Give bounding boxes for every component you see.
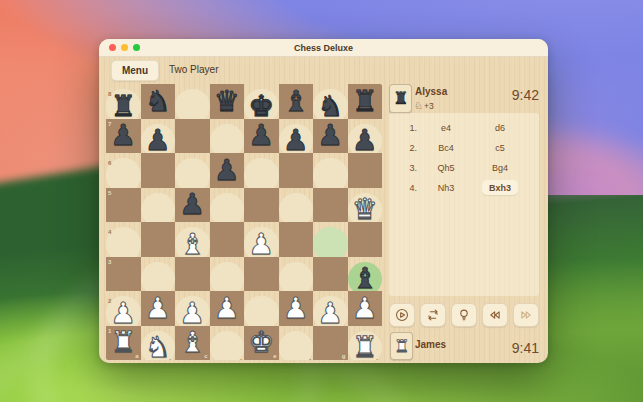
square-c1[interactable]: c♝	[175, 326, 210, 361]
menu-button[interactable]: Menu	[111, 60, 159, 81]
material-advantage: ♘ +3	[414, 100, 434, 111]
black-rook-h8: ♜	[348, 84, 383, 119]
move-number: 4.	[389, 183, 421, 193]
square-h1[interactable]: h♜	[348, 331, 383, 361]
window-title: Chess Deluxe	[99, 39, 548, 56]
file-label-f: f	[309, 358, 311, 360]
square-g3[interactable]	[313, 257, 348, 292]
player-bottom-name: James	[415, 339, 446, 350]
current-move-pill[interactable]: Bxh3	[482, 180, 518, 195]
square-f1[interactable]: f	[279, 331, 314, 361]
avatar-white-rook: ♜	[390, 332, 413, 360]
square-e5[interactable]	[244, 188, 279, 223]
black-bishop-f8: ♝	[279, 84, 314, 119]
square-f8[interactable]: ♝	[279, 84, 314, 119]
move-row: 2.Bc4c5	[389, 139, 539, 156]
move-white[interactable]: Qh5	[421, 163, 471, 173]
rank-label-3: 3	[108, 259, 111, 265]
captured-knight-icon: ♘	[414, 100, 423, 111]
white-bishop-c1: ♝	[175, 326, 210, 361]
black-pawn-c5: ♟	[175, 188, 210, 223]
white-king-e1: ♚	[244, 326, 279, 361]
game-controls	[389, 303, 539, 328]
clock-top: 9:42	[512, 87, 539, 103]
file-label-d: d	[238, 358, 242, 360]
square-g7[interactable]: ♟	[313, 119, 348, 154]
move-white[interactable]: Bc4	[421, 143, 471, 153]
white-pawn-h2: ♟	[348, 291, 383, 326]
move-row: 4.Nh3Bxh3	[389, 179, 539, 196]
square-a3[interactable]: 3	[106, 257, 141, 292]
square-d6[interactable]: ♟	[210, 153, 245, 188]
square-g1[interactable]: g	[313, 326, 348, 361]
square-b1[interactable]: b♞	[141, 331, 176, 361]
square-h6[interactable]	[348, 153, 383, 188]
avatar-black-rook: ♜	[389, 84, 412, 113]
rank-label-5: 5	[108, 190, 111, 196]
square-a5[interactable]: 5	[106, 188, 141, 223]
white-pawn-f2: ♟	[279, 291, 314, 326]
black-pawn-e7: ♟	[244, 119, 279, 154]
rank-label-6: 6	[108, 160, 111, 166]
square-e7[interactable]: ♟	[244, 119, 279, 154]
square-f6[interactable]	[279, 153, 314, 188]
move-row: 3.Qh5Bg4	[389, 159, 539, 176]
square-h2[interactable]: ♟	[348, 291, 383, 326]
square-c3[interactable]	[175, 257, 210, 292]
white-pawn-b2: ♟	[141, 291, 176, 326]
move-number: 3.	[389, 163, 421, 173]
square-b2[interactable]: ♟	[141, 291, 176, 326]
square-d1[interactable]: d	[210, 331, 245, 361]
square-f2[interactable]: ♟	[279, 291, 314, 326]
square-d8[interactable]: ♛	[210, 84, 245, 119]
square-c7[interactable]	[175, 119, 210, 154]
square-e1[interactable]: e♚	[244, 326, 279, 361]
white-rook-a1: ♜	[106, 326, 141, 361]
white-knight-b1: ♞	[141, 331, 176, 361]
square-b4[interactable]	[141, 222, 176, 257]
app-window: Chess Deluxe Menu Two Player 8♜♞♛♚♝♞♜7♟♟…	[99, 39, 548, 363]
chess-board: 8♜♞♛♚♝♞♜7♟♟♟♟♟♟6♟5♟♛4♝♟3♝2♟♟♟♟♟♟♟1a♜b♞c♝…	[106, 84, 382, 360]
black-pawn-d6: ♟	[210, 153, 245, 188]
forward-button[interactable]	[513, 303, 539, 327]
square-c5[interactable]: ♟	[175, 188, 210, 223]
square-d2[interactable]: ♟	[210, 291, 245, 326]
square-b8[interactable]: ♞	[141, 84, 176, 119]
move-number: 2.	[389, 143, 421, 153]
black-knight-b8: ♞	[141, 84, 176, 119]
move-number: 1.	[389, 123, 421, 133]
square-d4[interactable]	[210, 222, 245, 257]
black-pawn-g7: ♟	[313, 119, 348, 154]
move-white[interactable]: e4	[421, 123, 471, 133]
square-a7[interactable]: 7♟	[106, 119, 141, 154]
square-f4[interactable]	[279, 222, 314, 257]
rank-label-4: 4	[108, 229, 111, 235]
play-button[interactable]	[389, 303, 415, 327]
square-h4[interactable]	[348, 222, 383, 257]
white-pawn-d2: ♟	[210, 291, 245, 326]
square-a1[interactable]: 1a♜	[106, 326, 141, 361]
move-black[interactable]: c5	[471, 143, 529, 153]
move-black[interactable]: Bxh3	[471, 180, 529, 195]
black-queen-d8: ♛	[210, 84, 245, 119]
move-black[interactable]: d6	[471, 123, 529, 133]
file-label-g: g	[342, 353, 346, 359]
move-white[interactable]: Nh3	[421, 183, 471, 193]
square-b6[interactable]	[141, 153, 176, 188]
advantage-value: +3	[424, 101, 434, 111]
hint-button[interactable]	[451, 303, 477, 327]
move-list: 1.e4d62.Bc4c53.Qh5Bg44.Nh3Bxh3	[389, 113, 539, 296]
move-row: 1.e4d6	[389, 119, 539, 136]
square-h8[interactable]: ♜	[348, 84, 383, 119]
clock-bottom: 9:41	[512, 340, 539, 356]
square-g5[interactable]	[313, 188, 348, 223]
mode-label-two-player[interactable]: Two Player	[169, 60, 218, 79]
white-rook-h1: ♜	[348, 331, 383, 361]
rewind-button[interactable]	[482, 303, 508, 327]
move-black[interactable]: Bg4	[471, 163, 529, 173]
square-e3[interactable]	[244, 257, 279, 292]
title-bar: Chess Deluxe	[99, 39, 548, 57]
player-top-name: Alyssa	[415, 86, 447, 97]
black-pawn-a7: ♟	[106, 119, 141, 154]
restart-button[interactable]	[420, 303, 446, 327]
